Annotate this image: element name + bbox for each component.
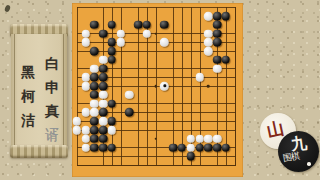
board-intersection xyxy=(112,60,121,69)
board-intersection xyxy=(121,60,130,69)
board-intersection xyxy=(129,165,138,174)
board-intersection xyxy=(164,7,173,16)
black-stone xyxy=(213,143,222,152)
board-intersection xyxy=(235,34,244,43)
board-intersection xyxy=(121,130,130,139)
board-intersection xyxy=(226,130,235,139)
white-stone xyxy=(73,126,82,135)
board-intersection xyxy=(182,112,191,121)
black-stone xyxy=(134,21,143,30)
board-intersection xyxy=(112,7,121,16)
board-intersection xyxy=(103,165,112,174)
board-intersection xyxy=(191,25,200,34)
board-intersection xyxy=(112,165,121,174)
go-board xyxy=(72,3,243,177)
white-stone xyxy=(99,91,108,100)
black-stone xyxy=(178,143,187,152)
black-stone xyxy=(90,73,99,82)
board-intersection xyxy=(226,156,235,165)
board-intersection xyxy=(156,7,165,16)
board-intersection xyxy=(217,86,226,95)
black-stone xyxy=(213,12,222,21)
board-intersection xyxy=(200,86,209,95)
board-intersection xyxy=(156,95,165,104)
board-intersection xyxy=(226,77,235,86)
board-intersection xyxy=(103,156,112,165)
board-intersection xyxy=(138,86,147,95)
white-stone xyxy=(213,135,222,144)
board-intersection xyxy=(129,148,138,157)
board-intersection xyxy=(182,104,191,113)
logo-black-circle: 九 围棋 xyxy=(278,131,319,172)
board-intersection xyxy=(182,95,191,104)
board-intersection xyxy=(147,121,156,130)
white-stone xyxy=(90,99,99,108)
board-intersection xyxy=(173,121,182,130)
board-intersection xyxy=(191,121,200,130)
board-intersection xyxy=(164,42,173,51)
last-move-marker xyxy=(163,85,166,88)
board-intersection xyxy=(208,95,217,104)
board-intersection xyxy=(129,95,138,104)
board-intersection xyxy=(200,112,209,121)
board-intersection xyxy=(173,25,182,34)
white-stone xyxy=(204,38,213,47)
background-speck xyxy=(4,4,11,12)
black-stone xyxy=(99,64,108,73)
board-intersection xyxy=(217,121,226,130)
board-intersection xyxy=(235,77,244,86)
board-intersection xyxy=(182,51,191,60)
scroll-bottom-roll xyxy=(10,145,68,158)
board-intersection xyxy=(191,104,200,113)
black-stone xyxy=(195,143,204,152)
board-intersection xyxy=(235,42,244,51)
black-stone xyxy=(108,117,117,126)
white-stone xyxy=(81,82,90,91)
white-stone xyxy=(81,29,90,38)
board-intersection xyxy=(208,77,217,86)
black-name-char-1: 柯 xyxy=(21,89,35,103)
black-stone xyxy=(222,12,231,21)
black-stone xyxy=(90,21,99,30)
board-intersection xyxy=(129,156,138,165)
board-intersection xyxy=(191,86,200,95)
board-intersection xyxy=(182,60,191,69)
white-stone xyxy=(81,135,90,144)
black-stone xyxy=(90,117,99,126)
black-stone xyxy=(169,143,178,152)
board-intersection xyxy=(147,95,156,104)
white-stone xyxy=(81,73,90,82)
board-intersection xyxy=(182,77,191,86)
board-intersection xyxy=(156,112,165,121)
board-intersection xyxy=(235,139,244,148)
board-intersection xyxy=(147,60,156,69)
board-intersection xyxy=(226,112,235,121)
board-intersection xyxy=(191,7,200,16)
channel-logo: 山 九 围棋 xyxy=(258,112,320,174)
white-stone xyxy=(213,64,222,73)
logo-black-circle-subtext: 围棋 xyxy=(282,152,299,164)
black-stone xyxy=(108,99,117,108)
black-player-label: 黑 柯 洁 xyxy=(20,65,36,137)
board-intersection xyxy=(200,60,209,69)
black-stone xyxy=(108,47,117,56)
board-intersection xyxy=(226,25,235,34)
black-stone xyxy=(213,56,222,65)
board-intersection xyxy=(156,130,165,139)
board-intersection xyxy=(191,16,200,25)
black-stone xyxy=(187,152,196,161)
board-intersection xyxy=(156,51,165,60)
board-intersection xyxy=(129,7,138,16)
logo-black-circle-char: 九 xyxy=(290,135,308,153)
board-intersection xyxy=(129,60,138,69)
white-stone xyxy=(73,117,82,126)
white-stone xyxy=(195,135,204,144)
white-stone xyxy=(81,108,90,117)
board-intersection xyxy=(138,148,147,157)
board-intersection xyxy=(226,60,235,69)
white-stone xyxy=(143,29,152,38)
black-stone xyxy=(99,29,108,38)
board-intersection xyxy=(129,112,138,121)
board-intersection xyxy=(156,121,165,130)
board-intersection xyxy=(226,69,235,78)
black-stone xyxy=(90,47,99,56)
board-intersection xyxy=(138,139,147,148)
black-name-char-2: 洁 xyxy=(21,113,35,127)
white-stone xyxy=(99,56,108,65)
board-intersection xyxy=(173,95,182,104)
black-stone xyxy=(99,108,108,117)
board-intersection xyxy=(77,95,86,104)
board-intersection xyxy=(156,69,165,78)
board-intersection xyxy=(191,60,200,69)
white-stone xyxy=(108,126,117,135)
black-stone xyxy=(99,82,108,91)
white-stone xyxy=(204,47,213,56)
white-stone xyxy=(116,29,125,38)
board-intersection xyxy=(235,130,244,139)
white-stone xyxy=(160,38,169,47)
white-stone xyxy=(204,12,213,21)
white-name-char-2: 真 xyxy=(45,104,59,118)
board-intersection xyxy=(182,69,191,78)
white-stone xyxy=(81,38,90,47)
star-point xyxy=(154,137,157,140)
board-intersection xyxy=(77,165,86,174)
board-intersection xyxy=(77,7,86,16)
board-intersection xyxy=(86,7,95,16)
board-intersection xyxy=(121,16,130,25)
board-intersection xyxy=(138,121,147,130)
board-intersection xyxy=(235,7,244,16)
board-intersection xyxy=(138,104,147,113)
board-intersection xyxy=(138,165,147,174)
white-stone xyxy=(81,143,90,152)
board-intersection xyxy=(173,156,182,165)
board-intersection xyxy=(121,139,130,148)
board-intersection xyxy=(173,42,182,51)
board-intersection xyxy=(94,165,103,174)
board-intersection xyxy=(129,34,138,43)
black-stone xyxy=(99,143,108,152)
board-intersection xyxy=(226,42,235,51)
board-intersection xyxy=(173,69,182,78)
board-intersection xyxy=(129,51,138,60)
board-intersection xyxy=(217,112,226,121)
white-stone xyxy=(99,99,108,108)
black-stone xyxy=(90,135,99,144)
board-intersection xyxy=(182,34,191,43)
black-stone xyxy=(108,21,117,30)
black-stone xyxy=(90,91,99,100)
board-intersection xyxy=(77,156,86,165)
black-stone xyxy=(99,73,108,82)
board-intersection xyxy=(182,7,191,16)
board-intersection xyxy=(182,25,191,34)
logo-dot xyxy=(307,162,311,166)
board-intersection xyxy=(173,86,182,95)
board-intersection xyxy=(129,139,138,148)
board-intersection xyxy=(121,165,130,174)
board-intersection xyxy=(147,69,156,78)
board-intersection xyxy=(235,69,244,78)
board-intersection xyxy=(129,42,138,51)
black-stone xyxy=(108,143,117,152)
board-intersection xyxy=(235,25,244,34)
board-intersection xyxy=(217,95,226,104)
board-intersection xyxy=(164,60,173,69)
black-stone xyxy=(160,21,169,30)
board-intersection xyxy=(217,69,226,78)
board-intersection xyxy=(112,86,121,95)
board-intersection xyxy=(121,42,130,51)
white-stone xyxy=(195,73,204,82)
board-intersection xyxy=(191,42,200,51)
board-intersection xyxy=(138,60,147,69)
board-intersection xyxy=(226,34,235,43)
board-intersection xyxy=(138,42,147,51)
board-intersection xyxy=(86,165,95,174)
board-intersection xyxy=(226,104,235,113)
black-stone xyxy=(108,56,117,65)
board-intersection xyxy=(129,121,138,130)
board-intersection xyxy=(147,42,156,51)
board-intersection xyxy=(147,104,156,113)
board-intersection xyxy=(235,51,244,60)
board-intersection xyxy=(235,112,244,121)
star-point xyxy=(207,85,210,88)
board-intersection xyxy=(235,165,244,174)
board-intersection xyxy=(182,16,191,25)
board-intersection xyxy=(164,165,173,174)
white-name-char-1: 申 xyxy=(45,80,59,94)
board-intersection xyxy=(94,156,103,165)
board-intersection xyxy=(138,130,147,139)
board-intersection xyxy=(138,77,147,86)
white-stone xyxy=(204,29,213,38)
black-stone xyxy=(222,143,231,152)
board-intersection xyxy=(226,165,235,174)
board-intersection xyxy=(200,121,209,130)
board-intersection xyxy=(226,86,235,95)
board-intersection xyxy=(226,16,235,25)
board-intersection xyxy=(208,86,217,95)
board-intersection xyxy=(191,165,200,174)
board-intersection xyxy=(235,104,244,113)
board-intersection xyxy=(191,112,200,121)
white-stone xyxy=(81,126,90,135)
board-intersection xyxy=(138,7,147,16)
board-intersection xyxy=(147,112,156,121)
white-stone xyxy=(99,117,108,126)
board-intersection xyxy=(147,148,156,157)
black-stone xyxy=(90,126,99,135)
board-intersection xyxy=(217,156,226,165)
board-intersection xyxy=(112,148,121,157)
board-intersection xyxy=(147,86,156,95)
board-intersection xyxy=(235,121,244,130)
board-intersection xyxy=(182,121,191,130)
black-stone xyxy=(99,126,108,135)
board-intersection xyxy=(208,156,217,165)
board-intersection xyxy=(112,69,121,78)
board-intersection xyxy=(191,95,200,104)
board-intersection xyxy=(121,7,130,16)
board-intersection xyxy=(138,95,147,104)
black-stone xyxy=(213,21,222,30)
board-intersection xyxy=(164,130,173,139)
board-intersection xyxy=(226,148,235,157)
board-intersection xyxy=(164,51,173,60)
white-stone xyxy=(90,64,99,73)
board-intersection xyxy=(191,51,200,60)
board-intersection xyxy=(173,77,182,86)
board-intersection xyxy=(208,165,217,174)
black-stone xyxy=(222,56,231,65)
board-intersection xyxy=(173,165,182,174)
board-intersection xyxy=(235,86,244,95)
board-intersection xyxy=(226,121,235,130)
board-intersection xyxy=(164,86,173,95)
black-stone xyxy=(99,135,108,144)
black-stone xyxy=(125,108,134,117)
board-intersection xyxy=(182,86,191,95)
board-intersection xyxy=(208,104,217,113)
board-intersection xyxy=(112,156,121,165)
white-stone xyxy=(90,108,99,117)
black-stone xyxy=(90,82,99,91)
board-intersection xyxy=(208,112,217,121)
board-intersection xyxy=(164,69,173,78)
board-intersection xyxy=(235,16,244,25)
board-intersection xyxy=(156,156,165,165)
board-intersection xyxy=(173,16,182,25)
board-intersection xyxy=(182,42,191,51)
board-intersection xyxy=(173,130,182,139)
board-intersection xyxy=(147,139,156,148)
white-stone xyxy=(204,135,213,144)
board-intersection xyxy=(121,51,130,60)
black-stone xyxy=(90,143,99,152)
board-intersection xyxy=(112,104,121,113)
board-grid xyxy=(77,7,244,174)
board-intersection xyxy=(235,60,244,69)
board-intersection xyxy=(173,104,182,113)
black-stone xyxy=(143,21,152,30)
board-intersection xyxy=(226,95,235,104)
board-intersection xyxy=(147,165,156,174)
marked-white-stone xyxy=(160,82,169,91)
black-stone xyxy=(213,29,222,38)
board-intersection xyxy=(191,156,200,165)
board-intersection xyxy=(156,139,165,148)
white-player-label: 白 申 真 谞 xyxy=(44,56,60,152)
board-intersection xyxy=(200,95,209,104)
board-intersection xyxy=(217,104,226,113)
black-stone xyxy=(108,38,117,47)
board-intersection xyxy=(103,7,112,16)
board-intersection xyxy=(156,104,165,113)
board-intersection xyxy=(147,156,156,165)
board-intersection xyxy=(77,51,86,60)
black-stone xyxy=(204,143,213,152)
board-intersection xyxy=(235,95,244,104)
board-intersection xyxy=(208,121,217,130)
board-intersection xyxy=(147,34,156,43)
star-point xyxy=(154,32,157,35)
star-point xyxy=(154,85,157,88)
board-intersection xyxy=(129,130,138,139)
board-intersection xyxy=(112,77,121,86)
thumbnail-stage: 白 申 真 谞 黑 柯 洁 山 九 围棋 xyxy=(0,0,320,180)
board-intersection xyxy=(164,156,173,165)
board-intersection xyxy=(138,156,147,165)
board-intersection xyxy=(138,69,147,78)
board-intersection xyxy=(235,156,244,165)
board-intersection xyxy=(94,7,103,16)
board-intersection xyxy=(77,60,86,69)
board-intersection xyxy=(86,156,95,165)
board-intersection xyxy=(121,148,130,157)
board-intersection xyxy=(164,104,173,113)
board-intersection xyxy=(235,148,244,157)
board-intersection xyxy=(147,7,156,16)
board-intersection xyxy=(164,25,173,34)
board-intersection xyxy=(200,156,209,165)
board-intersection xyxy=(129,77,138,86)
player-names-scroll: 白 申 真 谞 黑 柯 洁 xyxy=(10,24,68,158)
board-intersection xyxy=(173,112,182,121)
board-intersection xyxy=(121,69,130,78)
board-intersection xyxy=(217,42,226,51)
board-intersection xyxy=(147,51,156,60)
black-label-char: 黑 xyxy=(21,65,35,79)
board-intersection xyxy=(156,148,165,157)
white-stone xyxy=(125,91,134,100)
board-intersection xyxy=(200,165,209,174)
board-intersection xyxy=(138,51,147,60)
board-intersection xyxy=(129,69,138,78)
black-stone xyxy=(213,38,222,47)
board-intersection xyxy=(164,121,173,130)
board-intersection xyxy=(121,121,130,130)
board-intersection xyxy=(173,34,182,43)
board-intersection xyxy=(191,34,200,43)
